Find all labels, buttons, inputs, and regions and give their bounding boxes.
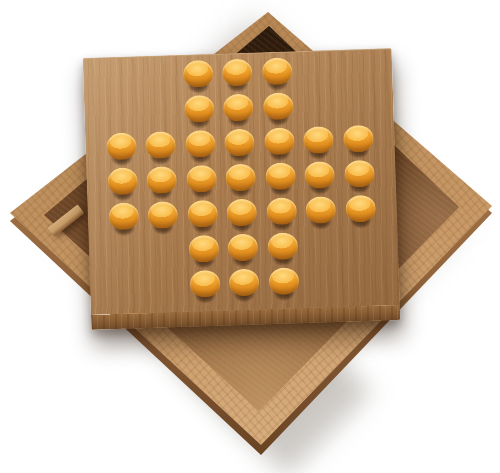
peg[interactable] [306,196,337,224]
offboard-cell [296,52,337,88]
peg[interactable] [263,92,294,120]
hole-cell [180,126,221,162]
scene [0,0,500,473]
hole-cell [340,191,381,227]
peg[interactable] [225,164,256,192]
hole-cell [181,161,222,197]
hole-cell [140,127,181,163]
hole-cell [218,89,259,125]
hole-cell [103,198,144,234]
hole-cell [217,54,258,90]
peg[interactable] [148,201,179,229]
hole-cell [301,192,342,228]
peg[interactable] [223,94,254,122]
offboard-cell [144,232,185,268]
hole-cell [263,263,304,299]
hole-cell [298,122,339,158]
hole-cell [183,231,224,267]
peg[interactable] [344,160,375,188]
peg[interactable] [184,95,215,123]
peg[interactable] [189,270,220,298]
peg[interactable] [187,200,218,228]
offboard-cell [341,226,382,262]
hole-cell [260,158,301,194]
peg[interactable] [265,162,296,190]
peg[interactable] [222,59,253,87]
hole-cell [101,128,142,164]
hole-cell [184,266,225,302]
peg[interactable] [304,161,335,189]
offboard-cell [297,87,338,123]
hole-cell [339,156,380,192]
hole-cell [257,53,298,89]
offboard-cell [100,93,141,129]
offboard-cell [145,267,186,303]
peg[interactable] [185,130,216,158]
offboard-cell [336,51,377,87]
peg[interactable] [262,57,293,85]
hole-cell [224,264,265,300]
offboard-cell [138,57,179,93]
hole-cell [142,162,183,198]
peg[interactable] [188,235,219,263]
solitaire-board [83,48,401,330]
peg[interactable] [227,199,258,227]
hole-cell [143,197,184,233]
peg[interactable] [146,166,177,194]
hole-cell [102,163,143,199]
offboard-cell [337,86,378,122]
peg[interactable] [106,132,137,160]
hole-cell [223,229,264,265]
hole-cell [179,91,220,127]
offboard-cell [99,58,140,94]
offboard-cell [104,233,145,269]
hole-cell [258,88,299,124]
peg[interactable] [267,232,298,260]
hole-cell [300,157,341,193]
peg[interactable] [343,125,374,153]
peg[interactable] [228,234,259,262]
peg[interactable] [145,131,176,159]
hole-cell [178,56,219,92]
hole-cell [219,124,260,160]
hole-cell [221,159,262,195]
hole-cell [261,193,302,229]
offboard-cell [106,268,147,304]
peg[interactable] [186,165,217,193]
peg[interactable] [266,197,297,225]
peg[interactable] [108,202,139,230]
offboard-cell [342,261,383,297]
offboard-cell [302,227,343,263]
hole-cell [182,196,223,232]
offboard-cell [139,92,180,128]
hole-cell [338,121,379,157]
peg[interactable] [303,126,334,154]
peg[interactable] [229,268,260,296]
peg[interactable] [183,60,214,88]
peg[interactable] [107,167,138,195]
peg[interactable] [224,129,255,157]
hole-cell [259,123,300,159]
hole-cell [262,228,303,264]
peg[interactable] [268,267,299,295]
hole-cell [222,194,263,230]
peg[interactable] [345,195,376,223]
offboard-cell [303,262,344,298]
peg[interactable] [264,127,295,155]
peg-grid [99,51,383,305]
